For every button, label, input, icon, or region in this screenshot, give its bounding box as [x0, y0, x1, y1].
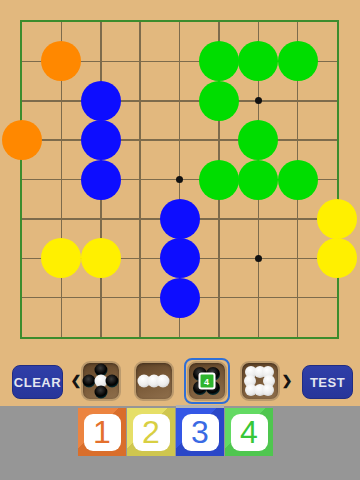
- stone-blue[interactable]: ●: [81, 81, 121, 121]
- dark-stone-icon: [94, 386, 107, 399]
- palette-count-badge: 4: [198, 373, 215, 390]
- number-tile-4[interactable]: 4: [225, 408, 273, 456]
- palette-button-three-row[interactable]: [131, 358, 177, 404]
- stone-blue[interactable]: ●: [81, 160, 121, 200]
- number-tile-1[interactable]: 1: [78, 408, 126, 456]
- palette-icon-eight-ring: [240, 361, 280, 401]
- go-board[interactable]: ●●●●●●●●●●●●●●●●●●●●: [20, 20, 339, 339]
- palette-button-four-square[interactable]: 4: [184, 358, 230, 404]
- stone-green[interactable]: ●: [199, 160, 239, 200]
- number-tile-2-card: 2: [133, 414, 170, 451]
- stone-blue[interactable]: ●: [160, 199, 200, 239]
- stone-orange[interactable]: ●: [2, 120, 42, 160]
- stone-green[interactable]: ●: [278, 41, 318, 81]
- palette-button-five-plus[interactable]: [78, 358, 124, 404]
- stone-palette-list: 4: [84, 358, 276, 404]
- clear-button[interactable]: CLEAR: [12, 365, 63, 399]
- number-tile-1-card: 1: [84, 414, 121, 451]
- number-tile-4-card: 4: [231, 414, 268, 451]
- next-palette-arrow-icon[interactable]: ❯: [280, 371, 294, 389]
- stone-green[interactable]: ●: [199, 41, 239, 81]
- palette-icon-four-square: 4: [187, 361, 227, 401]
- star-point: [255, 255, 262, 262]
- stone-blue[interactable]: ●: [160, 278, 200, 318]
- palette-icon-three-row: [134, 361, 174, 401]
- palette-button-eight-ring[interactable]: [237, 358, 283, 404]
- stone-green[interactable]: ●: [238, 120, 278, 160]
- number-tile-4-label: 4: [240, 416, 258, 448]
- number-tile-3-label: 3: [191, 416, 209, 448]
- stone-blue[interactable]: ●: [160, 238, 200, 278]
- number-tile-3-card: 3: [182, 414, 219, 451]
- number-tile-2[interactable]: 2: [127, 408, 175, 456]
- stone-yellow[interactable]: ●: [81, 238, 121, 278]
- stone-green[interactable]: ●: [278, 160, 318, 200]
- app-screen: ●●●●●●●●●●●●●●●●●●●● CLEAR ❮ 4 ❯ TEST 1 …: [0, 0, 360, 480]
- number-tiles: 1 2 3 4: [78, 408, 273, 456]
- stone-green[interactable]: ●: [238, 41, 278, 81]
- dark-stone-icon: [105, 375, 118, 388]
- number-tile-3[interactable]: 3: [176, 408, 224, 456]
- stone-orange[interactable]: ●: [41, 41, 81, 81]
- stone-yellow[interactable]: ●: [41, 238, 81, 278]
- white-stone-icon: [156, 375, 169, 388]
- stone-green[interactable]: ●: [199, 81, 239, 121]
- star-point: [176, 176, 183, 183]
- palette-icon-five-plus: [81, 361, 121, 401]
- stone-green[interactable]: ●: [238, 160, 278, 200]
- stone-yellow[interactable]: ●: [317, 238, 357, 278]
- number-tile-1-label: 1: [93, 416, 111, 448]
- stone-blue[interactable]: ●: [81, 120, 121, 160]
- number-tile-2-label: 2: [142, 416, 160, 448]
- stone-yellow[interactable]: ●: [317, 199, 357, 239]
- star-point: [255, 97, 262, 104]
- test-button[interactable]: TEST: [302, 365, 353, 399]
- white-stone-icon: [262, 384, 274, 396]
- bottom-panel: 1 2 3 4: [0, 406, 360, 480]
